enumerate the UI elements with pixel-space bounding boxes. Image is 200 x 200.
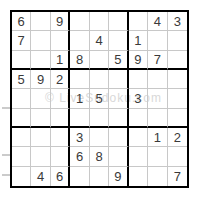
cell-r7c1[interactable] (31, 147, 50, 166)
cell-r8c6[interactable] (129, 167, 148, 186)
cell-r5c2[interactable] (51, 109, 70, 128)
cell-r7c7[interactable] (148, 147, 167, 166)
cell-r5c4[interactable] (90, 109, 109, 128)
cell-r4c6[interactable]: 3 (129, 89, 148, 108)
cell-r3c3[interactable] (70, 70, 89, 89)
cell-r5c7[interactable] (148, 109, 167, 128)
cell-r2c0[interactable] (12, 51, 31, 70)
cell-r3c7[interactable] (148, 70, 167, 89)
cell-r6c8[interactable]: 2 (168, 128, 187, 147)
cell-r3c0[interactable]: 5 (12, 70, 31, 89)
margin-artifact (2, 154, 10, 156)
cell-r3c1[interactable]: 9 (31, 70, 50, 89)
cell-r2c3[interactable]: 8 (70, 51, 89, 70)
cell-r1c5[interactable] (109, 31, 128, 50)
cell-r0c8[interactable]: 3 (168, 12, 187, 31)
cell-r2c8[interactable] (168, 51, 187, 70)
cell-r8c0[interactable] (12, 167, 31, 186)
cell-r7c5[interactable] (109, 147, 128, 166)
margin-artifact (2, 174, 10, 176)
cell-r2c6[interactable]: 9 (129, 51, 148, 70)
cell-r4c1[interactable] (31, 89, 50, 108)
cell-r7c4[interactable]: 8 (90, 147, 109, 166)
cell-r3c5[interactable] (109, 70, 128, 89)
cell-r6c6[interactable] (129, 128, 148, 147)
cell-r5c5[interactable] (109, 109, 128, 128)
cell-r0c5[interactable] (109, 12, 128, 31)
cell-r4c8[interactable] (168, 89, 187, 108)
cell-r6c2[interactable] (51, 128, 70, 147)
cell-r1c6[interactable]: 1 (129, 31, 148, 50)
cell-r6c5[interactable] (109, 128, 128, 147)
cell-r3c6[interactable] (129, 70, 148, 89)
cell-r1c2[interactable] (51, 31, 70, 50)
sudoku-page: © LiveSudoku.com 69437411859759215331268… (0, 0, 200, 200)
cell-r8c8[interactable]: 7 (168, 167, 187, 186)
cell-r4c3[interactable]: 1 (70, 89, 89, 108)
cell-r8c7[interactable] (148, 167, 167, 186)
cell-r2c2[interactable]: 1 (51, 51, 70, 70)
cell-r1c7[interactable] (148, 31, 167, 50)
cell-r1c0[interactable]: 7 (12, 31, 31, 50)
cell-r5c8[interactable] (168, 109, 187, 128)
cell-r1c1[interactable] (31, 31, 50, 50)
cell-r5c6[interactable] (129, 109, 148, 128)
cell-r5c3[interactable] (70, 109, 89, 128)
cell-r8c3[interactable] (70, 167, 89, 186)
cell-r1c3[interactable] (70, 31, 89, 50)
cell-r3c4[interactable] (90, 70, 109, 89)
cell-r4c0[interactable] (12, 89, 31, 108)
cell-r5c1[interactable] (31, 109, 50, 128)
sudoku-grid: 694374118597592153312684697 (12, 12, 187, 186)
cell-r0c2[interactable]: 9 (51, 12, 70, 31)
cell-r2c4[interactable] (90, 51, 109, 70)
cell-r7c3[interactable]: 6 (70, 147, 89, 166)
cell-r6c0[interactable] (12, 128, 31, 147)
sudoku-board: © LiveSudoku.com 69437411859759215331268… (10, 10, 189, 188)
cell-r7c6[interactable] (129, 147, 148, 166)
cell-r0c4[interactable] (90, 12, 109, 31)
cell-r8c1[interactable]: 4 (31, 167, 50, 186)
cell-r7c0[interactable] (12, 147, 31, 166)
cell-r1c4[interactable]: 4 (90, 31, 109, 50)
cell-r4c5[interactable] (109, 89, 128, 108)
cell-r6c1[interactable] (31, 128, 50, 147)
cell-r1c8[interactable] (168, 31, 187, 50)
cell-r6c7[interactable]: 1 (148, 128, 167, 147)
cell-r0c0[interactable]: 6 (12, 12, 31, 31)
cell-r3c2[interactable]: 2 (51, 70, 70, 89)
cell-r2c5[interactable]: 5 (109, 51, 128, 70)
cell-r2c1[interactable] (31, 51, 50, 70)
cell-r0c7[interactable]: 4 (148, 12, 167, 31)
cell-r6c4[interactable] (90, 128, 109, 147)
cell-r0c3[interactable] (70, 12, 89, 31)
cell-r6c3[interactable]: 3 (70, 128, 89, 147)
cell-r7c8[interactable] (168, 147, 187, 166)
cell-r4c7[interactable] (148, 89, 167, 108)
cell-r2c7[interactable]: 7 (148, 51, 167, 70)
cell-r4c4[interactable]: 5 (90, 89, 109, 108)
cell-r5c0[interactable] (12, 109, 31, 128)
cell-r4c2[interactable] (51, 89, 70, 108)
cell-r8c5[interactable]: 9 (109, 167, 128, 186)
margin-artifact (2, 107, 10, 109)
cell-r0c1[interactable] (31, 12, 50, 31)
cell-r8c2[interactable]: 6 (51, 167, 70, 186)
cell-r3c8[interactable] (168, 70, 187, 89)
cell-r8c4[interactable] (90, 167, 109, 186)
cell-r7c2[interactable] (51, 147, 70, 166)
cell-r0c6[interactable] (129, 12, 148, 31)
